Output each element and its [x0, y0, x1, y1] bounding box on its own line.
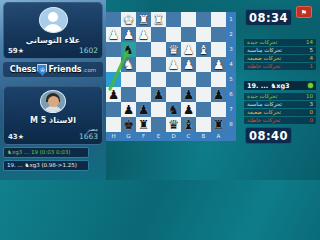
black-bishop-c8[interactable]: ♝	[183, 117, 194, 132]
square-f7[interactable]: ♟	[136, 102, 151, 117]
rank-label-8: 8	[226, 117, 236, 132]
analysis-line-eval: 19. ... ♞xg3 (0.98->1.25)	[3, 160, 89, 171]
stats-label: تحركات خاطئة	[247, 63, 280, 70]
clock-black: 08:40	[245, 127, 292, 144]
white-rook-e1[interactable]: ♜	[153, 12, 164, 27]
chessfriends-logo: Chess ♔ Friends .com	[3, 62, 103, 77]
player-bottom-name: الاستاذ M 5	[30, 116, 76, 126]
file-labels: HGFEDCBA	[106, 132, 226, 141]
sidebar: علاء التوساني 59★ 1602 Chess ♔ Friends .…	[0, 0, 106, 180]
square-g4[interactable]: ♞	[121, 57, 136, 72]
black-knight-g3[interactable]: ♞	[123, 42, 134, 57]
square-c4[interactable]: ♟	[181, 57, 196, 72]
square-a4[interactable]: ♟	[211, 57, 226, 72]
square-e1[interactable]: ♜	[151, 12, 166, 27]
player-bottom-rating: 1663	[79, 132, 98, 141]
square-g7[interactable]: ♟	[121, 102, 136, 117]
square-b1[interactable]	[196, 12, 211, 27]
square-h5[interactable]	[106, 72, 121, 87]
white-pawn-a4[interactable]: ♟	[213, 57, 224, 72]
avatar-top	[39, 7, 68, 33]
stats-label: تحركات ضعيفة	[247, 55, 281, 62]
stats-row-top-weak: تحركات ضعيفة4	[244, 55, 316, 62]
stats-label: تحركات ضعيفة	[247, 109, 281, 116]
square-h6[interactable]: ♟	[106, 87, 121, 102]
square-e7[interactable]	[151, 102, 166, 117]
square-h4[interactable]	[106, 57, 121, 72]
stats-row-bottom-bad: تحركات خاطئة0	[244, 117, 316, 124]
white-pawn-c4[interactable]: ♟	[183, 57, 194, 72]
white-pawn-c3[interactable]: ♟	[183, 42, 194, 57]
square-a2[interactable]	[211, 27, 226, 42]
rank-label-3: 3	[226, 42, 236, 57]
square-b3[interactable]: ♝	[196, 42, 211, 57]
square-h7[interactable]	[106, 102, 121, 117]
square-c1[interactable]	[181, 12, 196, 27]
square-a1[interactable]	[211, 12, 226, 27]
rank-label-4: 4	[226, 57, 236, 72]
shield-king-icon: ♔	[37, 64, 47, 76]
file-label-a: A	[211, 132, 226, 141]
square-e2[interactable]	[151, 27, 166, 42]
white-rook-f1[interactable]: ♜	[138, 12, 149, 27]
square-h3[interactable]	[106, 42, 121, 57]
stats-row-top-bad: تحركات خاطئة1	[244, 63, 316, 70]
square-d3[interactable]: ♛	[166, 42, 181, 57]
stats-value: 0	[310, 117, 314, 124]
good-move-dot-icon	[308, 83, 313, 88]
square-g2[interactable]: ♟	[121, 27, 136, 42]
stats-label: تحركات خاطئة	[247, 117, 280, 124]
analysis-line-best: ♞xg3 ... 19 (0:03 0:03)	[3, 147, 89, 158]
white-queen-d3[interactable]: ♛	[168, 42, 179, 57]
player-card-bottom: الاستاذ M 5 مصر 43★ 1663	[3, 86, 103, 145]
square-d5[interactable]	[166, 72, 181, 87]
square-f6[interactable]	[136, 87, 151, 102]
player-card-top: علاء التوساني 59★ 1602	[3, 2, 103, 59]
square-g3[interactable]: ♞	[121, 42, 136, 57]
stats-row-bottom-ok: تحركات مناسبة3	[244, 101, 316, 108]
square-d7[interactable]: ♞	[166, 102, 181, 117]
player-top-rating: 1602	[79, 46, 98, 55]
square-a3[interactable]	[211, 42, 226, 57]
file-label-f: F	[136, 132, 151, 141]
flag-button[interactable]: ⚑	[296, 6, 312, 18]
rank-label-7: 7	[226, 102, 236, 117]
black-pawn-a6[interactable]: ♟	[213, 87, 224, 102]
square-e5[interactable]	[151, 72, 166, 87]
stats-value: 14	[306, 39, 313, 46]
stats-label: تحركات جيدة	[247, 39, 277, 46]
player-bottom-stars: 43★	[8, 133, 24, 141]
avatar-bottom	[40, 90, 66, 113]
black-pawn-c6[interactable]: ♟	[183, 87, 194, 102]
black-king-g8[interactable]: ♚	[123, 117, 134, 132]
square-g5[interactable]	[121, 72, 136, 87]
black-queen-d8[interactable]: ♛	[168, 117, 179, 132]
player-top-name: علاء التوساني	[26, 36, 80, 46]
current-move-row[interactable]: 19. ... ♞xg3	[244, 81, 316, 90]
square-h1[interactable]	[106, 12, 121, 27]
square-h2[interactable]: ♟	[106, 27, 121, 42]
square-a8[interactable]: ♜	[211, 117, 226, 132]
white-pawn-f2[interactable]: ♟	[138, 27, 149, 42]
square-b8[interactable]	[196, 117, 211, 132]
player-top-stars: 59★	[8, 47, 24, 55]
stats-row-bottom-weak: تحركات ضعيفة0	[244, 109, 316, 116]
square-c6[interactable]: ♟	[181, 87, 196, 102]
rank-label-6: 6	[226, 87, 236, 102]
black-rook-a8[interactable]: ♜	[213, 117, 224, 132]
stats-label: تحركات جيدة	[247, 93, 277, 100]
stats-value: 10	[306, 93, 313, 100]
square-e6[interactable]: ♟	[151, 87, 166, 102]
stats-table-bottom: تحركات جيدة10تحركات مناسبة3تحركات ضعيفة0…	[244, 93, 316, 125]
square-b5[interactable]	[196, 72, 211, 87]
square-d1[interactable]	[166, 12, 181, 27]
square-a7[interactable]	[211, 102, 226, 117]
rank-label-2: 2	[226, 27, 236, 42]
logo-word1: Chess	[10, 65, 37, 74]
square-c7[interactable]: ♟	[181, 102, 196, 117]
square-c3[interactable]: ♟	[181, 42, 196, 57]
logo-word2: Friends	[48, 65, 81, 74]
stats-row-top-good: تحركات جيدة14	[244, 39, 316, 46]
square-b6[interactable]	[196, 87, 211, 102]
stats-value: 5	[310, 47, 314, 54]
black-rook-f8[interactable]: ♜	[138, 117, 149, 132]
square-e4[interactable]	[151, 57, 166, 72]
square-c2[interactable]	[181, 27, 196, 42]
stats-row-bottom-good: تحركات جيدة10	[244, 93, 316, 100]
stats-value: 3	[310, 101, 314, 108]
clock-white: 08:34	[245, 9, 292, 26]
square-f5[interactable]	[136, 72, 151, 87]
square-d4[interactable]: ♟	[166, 57, 181, 72]
file-label-d: D	[166, 132, 181, 141]
square-a5[interactable]	[211, 72, 226, 87]
white-pawn-g2[interactable]: ♟	[123, 27, 134, 42]
square-g1[interactable]: ♚	[121, 12, 136, 27]
square-d6[interactable]	[166, 87, 181, 102]
rank-labels: 12345678	[226, 12, 236, 141]
square-f2[interactable]: ♟	[136, 27, 151, 42]
white-knight-g4[interactable]: ♞	[123, 57, 134, 72]
file-label-c: C	[181, 132, 196, 141]
stats-value: 1	[310, 63, 314, 70]
square-b4[interactable]	[196, 57, 211, 72]
current-move-text: 19. ... ♞xg3	[247, 82, 290, 90]
white-bishop-b3[interactable]: ♝	[198, 42, 209, 57]
black-pawn-e6[interactable]: ♟	[153, 87, 164, 102]
black-pawn-h6[interactable]: ♟	[108, 87, 119, 102]
square-b7[interactable]	[196, 102, 211, 117]
square-d2[interactable]	[166, 27, 181, 42]
white-king-g1[interactable]: ♚	[123, 12, 134, 27]
square-h8[interactable]	[106, 117, 121, 132]
rank-label-5: 5	[226, 72, 236, 87]
square-c5[interactable]	[181, 72, 196, 87]
square-d8[interactable]: ♛	[166, 117, 181, 132]
stats-row-top-ok: تحركات مناسبة5	[244, 47, 316, 54]
black-pawn-c7[interactable]: ♟	[183, 102, 194, 117]
rank-label-1: 1	[226, 12, 236, 27]
file-label-h: H	[106, 132, 121, 141]
logo-suffix: .com	[83, 67, 97, 73]
stats-label: تحركات مناسبة	[247, 47, 282, 54]
square-b2[interactable]	[196, 27, 211, 42]
black-pawn-g7[interactable]: ♟	[123, 102, 134, 117]
white-pawn-d4[interactable]: ♟	[168, 57, 179, 72]
black-knight-d7[interactable]: ♞	[168, 102, 179, 117]
file-label-b: B	[196, 132, 211, 141]
stats-value: 4	[310, 55, 314, 62]
white-pawn-h2[interactable]: ♟	[108, 27, 119, 42]
file-label-e: E	[151, 132, 166, 141]
stats-table-top: تحركات جيدة14تحركات مناسبة5تحركات ضعيفة4…	[244, 39, 316, 71]
chess-board[interactable]: ♚♜♜♟♟♟♞♛♟♝♞♟♟♟♟♟♟♟♟♟♞♟♚♜♛♝♜	[106, 12, 226, 132]
square-a6[interactable]: ♟	[211, 87, 226, 102]
black-pawn-f7[interactable]: ♟	[138, 102, 149, 117]
square-g6[interactable]	[121, 87, 136, 102]
square-f4[interactable]	[136, 57, 151, 72]
square-g8[interactable]: ♚	[121, 117, 136, 132]
stats-label: تحركات مناسبة	[247, 101, 282, 108]
square-f1[interactable]: ♜	[136, 12, 151, 27]
square-f8[interactable]: ♜	[136, 117, 151, 132]
square-c8[interactable]: ♝	[181, 117, 196, 132]
square-e8[interactable]	[151, 117, 166, 132]
stats-value: 0	[310, 109, 314, 116]
square-f3[interactable]	[136, 42, 151, 57]
file-label-g: G	[121, 132, 136, 141]
square-e3[interactable]	[151, 42, 166, 57]
